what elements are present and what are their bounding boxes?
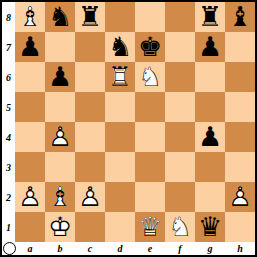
file-label-g: g [195, 242, 225, 255]
square-f1[interactable]: ♞♘ [165, 212, 195, 242]
square-e8[interactable] [135, 2, 165, 32]
square-e5[interactable] [135, 92, 165, 122]
square-a8[interactable]: ♝♗ [15, 2, 45, 32]
file-label-a: a [15, 242, 45, 255]
square-b4[interactable]: ♟♙ [45, 122, 75, 152]
rank-label-2: 2 [2, 182, 15, 212]
square-d5[interactable] [105, 92, 135, 122]
square-f4[interactable] [165, 122, 195, 152]
square-e6[interactable]: ♞♘ [135, 62, 165, 92]
square-e1[interactable]: ♛♕ [135, 212, 165, 242]
square-h7[interactable] [225, 32, 255, 62]
square-a5[interactable] [15, 92, 45, 122]
square-g6[interactable] [195, 62, 225, 92]
black-bishop-h8[interactable]: ♝ [225, 2, 255, 32]
file-label-b: b [45, 242, 75, 255]
square-h4[interactable] [225, 122, 255, 152]
square-d2[interactable] [105, 182, 135, 212]
square-g4[interactable]: ♟ [195, 122, 225, 152]
square-g7[interactable]: ♟ [195, 32, 225, 62]
rank-label-4: 4 [2, 122, 15, 152]
square-b2[interactable]: ♝♗ [45, 182, 75, 212]
white-pawn-outline-b4: ♙ [45, 122, 75, 152]
rank-labels: 87654321 [2, 2, 15, 242]
square-h5[interactable] [225, 92, 255, 122]
white-pawn-outline-h2: ♙ [225, 182, 255, 212]
square-d6[interactable]: ♜♖ [105, 62, 135, 92]
square-b8[interactable]: ♞ [45, 2, 75, 32]
square-a2[interactable]: ♟♙ [15, 182, 45, 212]
square-h6[interactable] [225, 62, 255, 92]
square-h3[interactable] [225, 152, 255, 182]
white-pawn-outline-a2: ♙ [15, 182, 45, 212]
black-knight-b8[interactable]: ♞ [45, 2, 75, 32]
square-a4[interactable] [15, 122, 45, 152]
square-c8[interactable]: ♜ [75, 2, 105, 32]
square-g1[interactable]: ♛ [195, 212, 225, 242]
square-b1[interactable]: ♚♔ [45, 212, 75, 242]
square-f7[interactable] [165, 32, 195, 62]
square-h8[interactable]: ♝ [225, 2, 255, 32]
square-d4[interactable] [105, 122, 135, 152]
rank-label-5: 5 [2, 92, 15, 122]
rank-label-7: 7 [2, 32, 15, 62]
black-pawn-a7[interactable]: ♟ [15, 32, 45, 62]
white-bishop-outline-a8: ♗ [15, 2, 45, 32]
square-b7[interactable] [45, 32, 75, 62]
file-label-f: f [165, 242, 195, 255]
black-king-e7[interactable]: ♚ [135, 32, 165, 62]
square-g2[interactable] [195, 182, 225, 212]
file-label-c: c [75, 242, 105, 255]
black-rook-g8[interactable]: ♜ [195, 2, 225, 32]
square-b3[interactable] [45, 152, 75, 182]
square-d7[interactable]: ♞ [105, 32, 135, 62]
square-c1[interactable] [75, 212, 105, 242]
white-king-outline-b1: ♔ [45, 212, 75, 242]
square-c5[interactable] [75, 92, 105, 122]
square-c4[interactable] [75, 122, 105, 152]
square-c3[interactable] [75, 152, 105, 182]
square-c7[interactable] [75, 32, 105, 62]
file-label-d: d [105, 242, 135, 255]
white-bishop-outline-b2: ♗ [45, 182, 75, 212]
square-a7[interactable]: ♟ [15, 32, 45, 62]
white-to-move-indicator [3, 242, 16, 255]
square-b5[interactable] [45, 92, 75, 122]
square-h1[interactable] [225, 212, 255, 242]
square-d1[interactable] [105, 212, 135, 242]
white-rook-outline-d6: ♖ [105, 62, 135, 92]
file-label-h: h [225, 242, 255, 255]
black-rook-c8[interactable]: ♜ [75, 2, 105, 32]
rank-label-3: 3 [2, 152, 15, 182]
file-labels: abcdefgh [15, 242, 255, 255]
square-f6[interactable] [165, 62, 195, 92]
square-d8[interactable] [105, 2, 135, 32]
rank-label-6: 6 [2, 62, 15, 92]
square-d3[interactable] [105, 152, 135, 182]
square-f3[interactable] [165, 152, 195, 182]
square-c2[interactable]: ♟♙ [75, 182, 105, 212]
white-queen-outline-e1: ♕ [135, 212, 165, 242]
square-h2[interactable]: ♟♙ [225, 182, 255, 212]
black-pawn-b6[interactable]: ♟ [45, 62, 75, 92]
square-g5[interactable] [195, 92, 225, 122]
square-g3[interactable] [195, 152, 225, 182]
square-a1[interactable] [15, 212, 45, 242]
black-queen-g1[interactable]: ♛ [195, 212, 225, 242]
square-f8[interactable] [165, 2, 195, 32]
square-g8[interactable]: ♜ [195, 2, 225, 32]
square-e2[interactable] [135, 182, 165, 212]
white-knight-outline-e6: ♘ [135, 62, 165, 92]
black-knight-d7[interactable]: ♞ [105, 32, 135, 62]
rank-label-1: 1 [2, 212, 15, 242]
square-e4[interactable] [135, 122, 165, 152]
square-f5[interactable] [165, 92, 195, 122]
black-pawn-g4[interactable]: ♟ [195, 122, 225, 152]
square-f2[interactable] [165, 182, 195, 212]
black-pawn-g7[interactable]: ♟ [195, 32, 225, 62]
square-c6[interactable] [75, 62, 105, 92]
square-a3[interactable] [15, 152, 45, 182]
rank-label-8: 8 [2, 2, 15, 32]
square-b6[interactable]: ♟ [45, 62, 75, 92]
chess-board[interactable]: ♝♗♞♜♜♝♟♞♚♟♟♜♖♞♘♟♙♟♟♙♝♗♟♙♟♙♚♔♛♕♞♘♛ [15, 2, 255, 242]
white-knight-outline-f1: ♘ [165, 212, 195, 242]
square-e3[interactable] [135, 152, 165, 182]
file-label-e: e [135, 242, 165, 255]
chess-diagram: 87654321 ♝♗♞♜♜♝♟♞♚♟♟♜♖♞♘♟♙♟♟♙♝♗♟♙♟♙♚♔♛♕♞… [0, 0, 257, 257]
square-a6[interactable] [15, 62, 45, 92]
white-pawn-outline-c2: ♙ [75, 182, 105, 212]
square-e7[interactable]: ♚ [135, 32, 165, 62]
